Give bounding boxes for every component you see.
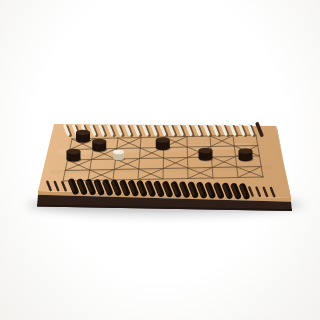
fanorona-board-photo bbox=[0, 0, 320, 320]
piece-top bbox=[76, 130, 90, 135]
piece-top bbox=[239, 148, 253, 153]
piece-top bbox=[67, 149, 81, 154]
piece-top bbox=[199, 148, 213, 153]
piece-white-r3c3[interactable] bbox=[113, 150, 125, 161]
piece-black-r2c5[interactable] bbox=[156, 137, 171, 151]
photo-backdrop bbox=[0, 0, 320, 320]
piece-black-r3c8[interactable] bbox=[239, 148, 254, 162]
piece-highlight bbox=[115, 151, 121, 153]
piece-black-r1c1[interactable] bbox=[76, 130, 91, 144]
piece-black-r3c1[interactable] bbox=[67, 149, 82, 163]
piece-top bbox=[156, 137, 170, 142]
piece-black-r3c7[interactable] bbox=[199, 148, 214, 162]
piece-black-r2c2[interactable] bbox=[92, 139, 107, 153]
piece-top bbox=[92, 139, 106, 144]
